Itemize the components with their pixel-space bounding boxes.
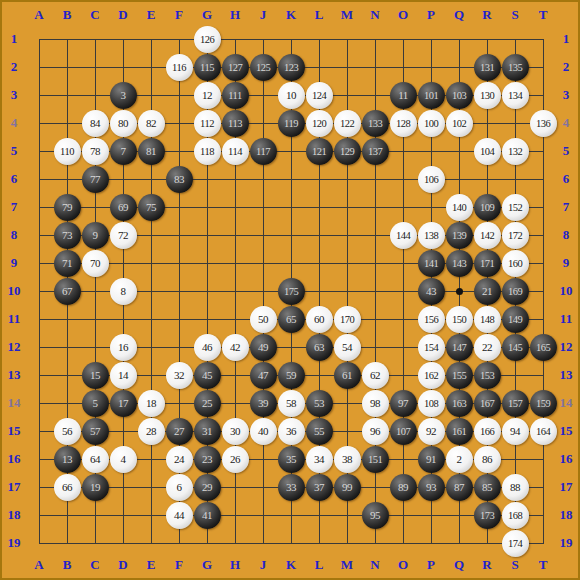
stone-white-148-R11[interactable]: 148 <box>474 306 501 333</box>
stone-white-42-H12[interactable]: 42 <box>222 334 249 361</box>
row-label-right-2: 2 <box>552 58 580 76</box>
column-label-bottom-T: T <box>529 556 557 574</box>
row-label-left-10: 10 <box>0 282 28 300</box>
stone-black-89-O17[interactable]: 89 <box>390 474 417 501</box>
stone-black-5-C14[interactable]: 5 <box>82 390 109 417</box>
column-label-top-N: N <box>361 6 389 24</box>
stone-black-101-P3[interactable]: 101 <box>418 82 445 109</box>
stone-white-164-T15[interactable]: 164 <box>530 418 557 445</box>
stone-white-142-R8[interactable]: 142 <box>474 222 501 249</box>
stone-white-40-J15[interactable]: 40 <box>250 418 277 445</box>
go-board[interactable]: AABBCCDDEEFFGGHHJJKKLLMMNNOOPPQQRRSSTT11… <box>0 0 580 580</box>
stone-black-15-C13[interactable]: 15 <box>82 362 109 389</box>
stone-white-96-N15[interactable]: 96 <box>362 418 389 445</box>
column-label-bottom-E: E <box>137 556 165 574</box>
column-label-bottom-P: P <box>417 556 445 574</box>
column-label-bottom-G: G <box>193 556 221 574</box>
stone-black-47-J13[interactable]: 47 <box>250 362 277 389</box>
column-label-bottom-H: H <box>221 556 249 574</box>
stone-black-43-P10[interactable]: 43 <box>418 278 445 305</box>
stone-white-136-T4[interactable]: 136 <box>530 110 557 137</box>
column-label-bottom-D: D <box>109 556 137 574</box>
stone-white-60-L11[interactable]: 60 <box>306 306 333 333</box>
stone-white-160-S9[interactable]: 160 <box>502 250 529 277</box>
stone-white-62-N13[interactable]: 62 <box>362 362 389 389</box>
stone-white-128-O4[interactable]: 128 <box>390 110 417 137</box>
stone-black-53-L14[interactable]: 53 <box>306 390 333 417</box>
column-label-top-G: G <box>193 6 221 24</box>
stone-black-123-K2[interactable]: 123 <box>278 54 305 81</box>
stone-black-111-H3[interactable]: 111 <box>222 82 249 109</box>
stone-black-33-K17[interactable]: 33 <box>278 474 305 501</box>
stone-white-122-M4[interactable]: 122 <box>334 110 361 137</box>
row-label-right-3: 3 <box>552 86 580 104</box>
stone-white-58-K14[interactable]: 58 <box>278 390 305 417</box>
row-label-left-7: 7 <box>0 198 28 216</box>
stone-black-11-O3[interactable]: 11 <box>390 82 417 109</box>
stone-black-9-C8[interactable]: 9 <box>82 222 109 249</box>
row-label-right-18: 18 <box>552 506 580 524</box>
stone-white-18-E14[interactable]: 18 <box>138 390 165 417</box>
stone-white-80-D4[interactable]: 80 <box>110 110 137 137</box>
stone-white-4-D16[interactable]: 4 <box>110 446 137 473</box>
row-label-right-16: 16 <box>552 450 580 468</box>
row-label-right-10: 10 <box>552 282 580 300</box>
stone-black-77-C6[interactable]: 77 <box>82 166 109 193</box>
stone-white-126-G1[interactable]: 126 <box>194 26 221 53</box>
stone-black-135-S2[interactable]: 135 <box>502 54 529 81</box>
row-label-left-14: 14 <box>0 394 28 412</box>
stone-black-145-S12[interactable]: 145 <box>502 334 529 361</box>
stone-black-153-R13[interactable]: 153 <box>474 362 501 389</box>
row-label-right-13: 13 <box>552 366 580 384</box>
column-label-bottom-S: S <box>501 556 529 574</box>
stone-white-168-S18[interactable]: 168 <box>502 502 529 529</box>
stone-black-81-E5[interactable]: 81 <box>138 138 165 165</box>
stone-white-88-S17[interactable]: 88 <box>502 474 529 501</box>
stone-white-162-P13[interactable]: 162 <box>418 362 445 389</box>
row-label-left-15: 15 <box>0 422 28 440</box>
stone-white-124-L3[interactable]: 124 <box>306 82 333 109</box>
stone-white-86-R16[interactable]: 86 <box>474 446 501 473</box>
stone-black-93-P17[interactable]: 93 <box>418 474 445 501</box>
stone-white-130-R3[interactable]: 130 <box>474 82 501 109</box>
stone-black-45-G13[interactable]: 45 <box>194 362 221 389</box>
stone-black-37-L17[interactable]: 37 <box>306 474 333 501</box>
stone-black-109-R7[interactable]: 109 <box>474 194 501 221</box>
stone-white-66-B17[interactable]: 66 <box>54 474 81 501</box>
stone-white-144-O8[interactable]: 144 <box>390 222 417 249</box>
stone-white-172-S8[interactable]: 172 <box>502 222 529 249</box>
stone-black-25-G14[interactable]: 25 <box>194 390 221 417</box>
stone-black-85-R17[interactable]: 85 <box>474 474 501 501</box>
stone-black-95-N18[interactable]: 95 <box>362 502 389 529</box>
column-label-top-E: E <box>137 6 165 24</box>
stone-black-143-Q9[interactable]: 143 <box>446 250 473 277</box>
stone-black-61-M13[interactable]: 61 <box>334 362 361 389</box>
stone-black-13-B16[interactable]: 13 <box>54 446 81 473</box>
row-label-left-5: 5 <box>0 142 28 160</box>
stone-black-161-Q15[interactable]: 161 <box>446 418 473 445</box>
stone-white-150-Q11[interactable]: 150 <box>446 306 473 333</box>
stone-black-73-B8[interactable]: 73 <box>54 222 81 249</box>
column-label-top-P: P <box>417 6 445 24</box>
stone-white-154-P12[interactable]: 154 <box>418 334 445 361</box>
stone-black-29-G17[interactable]: 29 <box>194 474 221 501</box>
stone-white-26-H16[interactable]: 26 <box>222 446 249 473</box>
stone-black-173-R18[interactable]: 173 <box>474 502 501 529</box>
stone-black-175-K10[interactable]: 175 <box>278 278 305 305</box>
column-label-top-A: A <box>25 6 53 24</box>
stone-black-133-N4[interactable]: 133 <box>362 110 389 137</box>
stone-white-138-P8[interactable]: 138 <box>418 222 445 249</box>
stone-black-21-R10[interactable]: 21 <box>474 278 501 305</box>
stone-white-72-D8[interactable]: 72 <box>110 222 137 249</box>
stone-black-139-Q8[interactable]: 139 <box>446 222 473 249</box>
row-label-left-11: 11 <box>0 310 28 328</box>
stone-black-129-M5[interactable]: 129 <box>334 138 361 165</box>
row-label-left-1: 1 <box>0 30 28 48</box>
row-label-right-5: 5 <box>552 142 580 160</box>
column-label-top-T: T <box>529 6 557 24</box>
row-label-left-19: 19 <box>0 534 28 552</box>
stone-white-132-S5[interactable]: 132 <box>502 138 529 165</box>
column-label-top-O: O <box>389 6 417 24</box>
column-label-bottom-Q: Q <box>445 556 473 574</box>
stone-white-22-R12[interactable]: 22 <box>474 334 501 361</box>
stone-white-70-C9[interactable]: 70 <box>82 250 109 277</box>
column-label-top-B: B <box>53 6 81 24</box>
stone-white-8-D10[interactable]: 8 <box>110 278 137 305</box>
stone-black-27-F15[interactable]: 27 <box>166 418 193 445</box>
stone-white-84-C4[interactable]: 84 <box>82 110 109 137</box>
stone-black-113-H4[interactable]: 113 <box>222 110 249 137</box>
stone-black-59-K13[interactable]: 59 <box>278 362 305 389</box>
stone-white-104-R5[interactable]: 104 <box>474 138 501 165</box>
stone-white-100-P4[interactable]: 100 <box>418 110 445 137</box>
stone-white-46-G12[interactable]: 46 <box>194 334 221 361</box>
stone-white-110-B5[interactable]: 110 <box>54 138 81 165</box>
stone-white-116-F2[interactable]: 116 <box>166 54 193 81</box>
stone-black-127-H2[interactable]: 127 <box>222 54 249 81</box>
stone-black-117-J5[interactable]: 117 <box>250 138 277 165</box>
column-label-bottom-J: J <box>249 556 277 574</box>
stone-white-30-H15[interactable]: 30 <box>222 418 249 445</box>
stone-white-156-P11[interactable]: 156 <box>418 306 445 333</box>
column-label-top-J: J <box>249 6 277 24</box>
stone-black-137-N5[interactable]: 137 <box>362 138 389 165</box>
stone-white-44-F18[interactable]: 44 <box>166 502 193 529</box>
column-label-top-Q: Q <box>445 6 473 24</box>
stone-white-134-S3[interactable]: 134 <box>502 82 529 109</box>
stone-black-3-D3[interactable]: 3 <box>110 82 137 109</box>
row-label-right-19: 19 <box>552 534 580 552</box>
row-label-right-1: 1 <box>552 30 580 48</box>
stone-black-17-D14[interactable]: 17 <box>110 390 137 417</box>
stone-black-55-L15[interactable]: 55 <box>306 418 333 445</box>
stone-black-83-F6[interactable]: 83 <box>166 166 193 193</box>
stone-black-149-S11[interactable]: 149 <box>502 306 529 333</box>
column-label-bottom-A: A <box>25 556 53 574</box>
stone-white-32-F13[interactable]: 32 <box>166 362 193 389</box>
stone-white-14-D13[interactable]: 14 <box>110 362 137 389</box>
stone-black-67-B10[interactable]: 67 <box>54 278 81 305</box>
stone-black-107-O15[interactable]: 107 <box>390 418 417 445</box>
row-label-right-11: 11 <box>552 310 580 328</box>
stone-white-2-Q16[interactable]: 2 <box>446 446 473 473</box>
stone-black-97-O14[interactable]: 97 <box>390 390 417 417</box>
row-label-left-4: 4 <box>0 114 28 132</box>
stone-black-125-J2[interactable]: 125 <box>250 54 277 81</box>
column-label-top-L: L <box>305 6 333 24</box>
stone-black-19-C17[interactable]: 19 <box>82 474 109 501</box>
stone-black-69-D7[interactable]: 69 <box>110 194 137 221</box>
stone-white-50-J11[interactable]: 50 <box>250 306 277 333</box>
stone-white-92-P15[interactable]: 92 <box>418 418 445 445</box>
stone-black-31-G15[interactable]: 31 <box>194 418 221 445</box>
stone-black-171-R9[interactable]: 171 <box>474 250 501 277</box>
stone-white-118-G5[interactable]: 118 <box>194 138 221 165</box>
stone-white-174-S19[interactable]: 174 <box>502 530 529 557</box>
row-label-left-6: 6 <box>0 170 28 188</box>
stone-white-98-N14[interactable]: 98 <box>362 390 389 417</box>
row-label-right-6: 6 <box>552 170 580 188</box>
column-label-top-F: F <box>165 6 193 24</box>
column-label-bottom-O: O <box>389 556 417 574</box>
column-label-bottom-M: M <box>333 556 361 574</box>
row-label-right-9: 9 <box>552 254 580 272</box>
row-label-left-3: 3 <box>0 86 28 104</box>
column-label-bottom-R: R <box>473 556 501 574</box>
row-label-left-12: 12 <box>0 338 28 356</box>
stone-black-49-J12[interactable]: 49 <box>250 334 277 361</box>
star-point-Q10 <box>456 288 463 295</box>
stone-black-155-Q13[interactable]: 155 <box>446 362 473 389</box>
stone-black-87-Q17[interactable]: 87 <box>446 474 473 501</box>
stone-black-75-E7[interactable]: 75 <box>138 194 165 221</box>
stone-white-12-G3[interactable]: 12 <box>194 82 221 109</box>
column-label-bottom-N: N <box>361 556 389 574</box>
column-label-top-R: R <box>473 6 501 24</box>
stone-white-120-L4[interactable]: 120 <box>306 110 333 137</box>
column-label-bottom-B: B <box>53 556 81 574</box>
stone-black-121-L5[interactable]: 121 <box>306 138 333 165</box>
stone-black-7-D5[interactable]: 7 <box>110 138 137 165</box>
stone-black-115-G2[interactable]: 115 <box>194 54 221 81</box>
stone-black-99-M17[interactable]: 99 <box>334 474 361 501</box>
stone-white-94-S15[interactable]: 94 <box>502 418 529 445</box>
stone-white-10-K3[interactable]: 10 <box>278 82 305 109</box>
stone-black-57-C15[interactable]: 57 <box>82 418 109 445</box>
stone-black-169-S10[interactable]: 169 <box>502 278 529 305</box>
stone-white-78-C5[interactable]: 78 <box>82 138 109 165</box>
stone-white-82-E4[interactable]: 82 <box>138 110 165 137</box>
stone-black-63-L12[interactable]: 63 <box>306 334 333 361</box>
stone-black-157-S14[interactable]: 157 <box>502 390 529 417</box>
column-label-top-M: M <box>333 6 361 24</box>
row-label-right-7: 7 <box>552 198 580 216</box>
stone-white-108-P14[interactable]: 108 <box>418 390 445 417</box>
stone-white-6-F17[interactable]: 6 <box>166 474 193 501</box>
stone-black-91-P16[interactable]: 91 <box>418 446 445 473</box>
stone-white-166-R15[interactable]: 166 <box>474 418 501 445</box>
stone-black-79-B7[interactable]: 79 <box>54 194 81 221</box>
stone-white-36-K15[interactable]: 36 <box>278 418 305 445</box>
column-label-top-K: K <box>277 6 305 24</box>
column-label-top-S: S <box>501 6 529 24</box>
stone-black-71-B9[interactable]: 71 <box>54 250 81 277</box>
row-label-left-16: 16 <box>0 450 28 468</box>
row-label-left-18: 18 <box>0 506 28 524</box>
stone-white-170-M11[interactable]: 170 <box>334 306 361 333</box>
stone-black-147-Q12[interactable]: 147 <box>446 334 473 361</box>
stone-white-56-B15[interactable]: 56 <box>54 418 81 445</box>
column-label-bottom-L: L <box>305 556 333 574</box>
stone-white-28-E15[interactable]: 28 <box>138 418 165 445</box>
row-label-left-2: 2 <box>0 58 28 76</box>
column-label-top-H: H <box>221 6 249 24</box>
column-label-bottom-K: K <box>277 556 305 574</box>
stone-white-54-M12[interactable]: 54 <box>334 334 361 361</box>
stone-black-39-J14[interactable]: 39 <box>250 390 277 417</box>
stone-white-16-D12[interactable]: 16 <box>110 334 137 361</box>
row-label-right-17: 17 <box>552 478 580 496</box>
row-label-right-8: 8 <box>552 226 580 244</box>
stone-black-103-Q3[interactable]: 103 <box>446 82 473 109</box>
column-label-bottom-C: C <box>81 556 109 574</box>
stone-white-24-F16[interactable]: 24 <box>166 446 193 473</box>
stone-black-151-N16[interactable]: 151 <box>362 446 389 473</box>
stone-white-140-Q7[interactable]: 140 <box>446 194 473 221</box>
row-label-left-13: 13 <box>0 366 28 384</box>
stone-black-119-K4[interactable]: 119 <box>278 110 305 137</box>
column-label-top-C: C <box>81 6 109 24</box>
stone-white-114-H5[interactable]: 114 <box>222 138 249 165</box>
column-label-top-D: D <box>109 6 137 24</box>
stone-black-35-K16[interactable]: 35 <box>278 446 305 473</box>
stone-black-163-Q14[interactable]: 163 <box>446 390 473 417</box>
stone-white-64-C16[interactable]: 64 <box>82 446 109 473</box>
stone-black-41-G18[interactable]: 41 <box>194 502 221 529</box>
row-label-left-17: 17 <box>0 478 28 496</box>
row-label-left-8: 8 <box>0 226 28 244</box>
stone-white-152-S7[interactable]: 152 <box>502 194 529 221</box>
stone-white-112-G4[interactable]: 112 <box>194 110 221 137</box>
column-label-bottom-F: F <box>165 556 193 574</box>
stone-white-34-L16[interactable]: 34 <box>306 446 333 473</box>
stone-black-131-R2[interactable]: 131 <box>474 54 501 81</box>
stone-black-159-T14[interactable]: 159 <box>530 390 557 417</box>
stone-black-141-P9[interactable]: 141 <box>418 250 445 277</box>
stone-white-102-Q4[interactable]: 102 <box>446 110 473 137</box>
stone-black-65-K11[interactable]: 65 <box>278 306 305 333</box>
stone-black-165-T12[interactable]: 165 <box>530 334 557 361</box>
stone-white-38-M16[interactable]: 38 <box>334 446 361 473</box>
row-label-left-9: 9 <box>0 254 28 272</box>
stone-black-167-R14[interactable]: 167 <box>474 390 501 417</box>
stone-white-106-P6[interactable]: 106 <box>418 166 445 193</box>
stone-black-23-G16[interactable]: 23 <box>194 446 221 473</box>
